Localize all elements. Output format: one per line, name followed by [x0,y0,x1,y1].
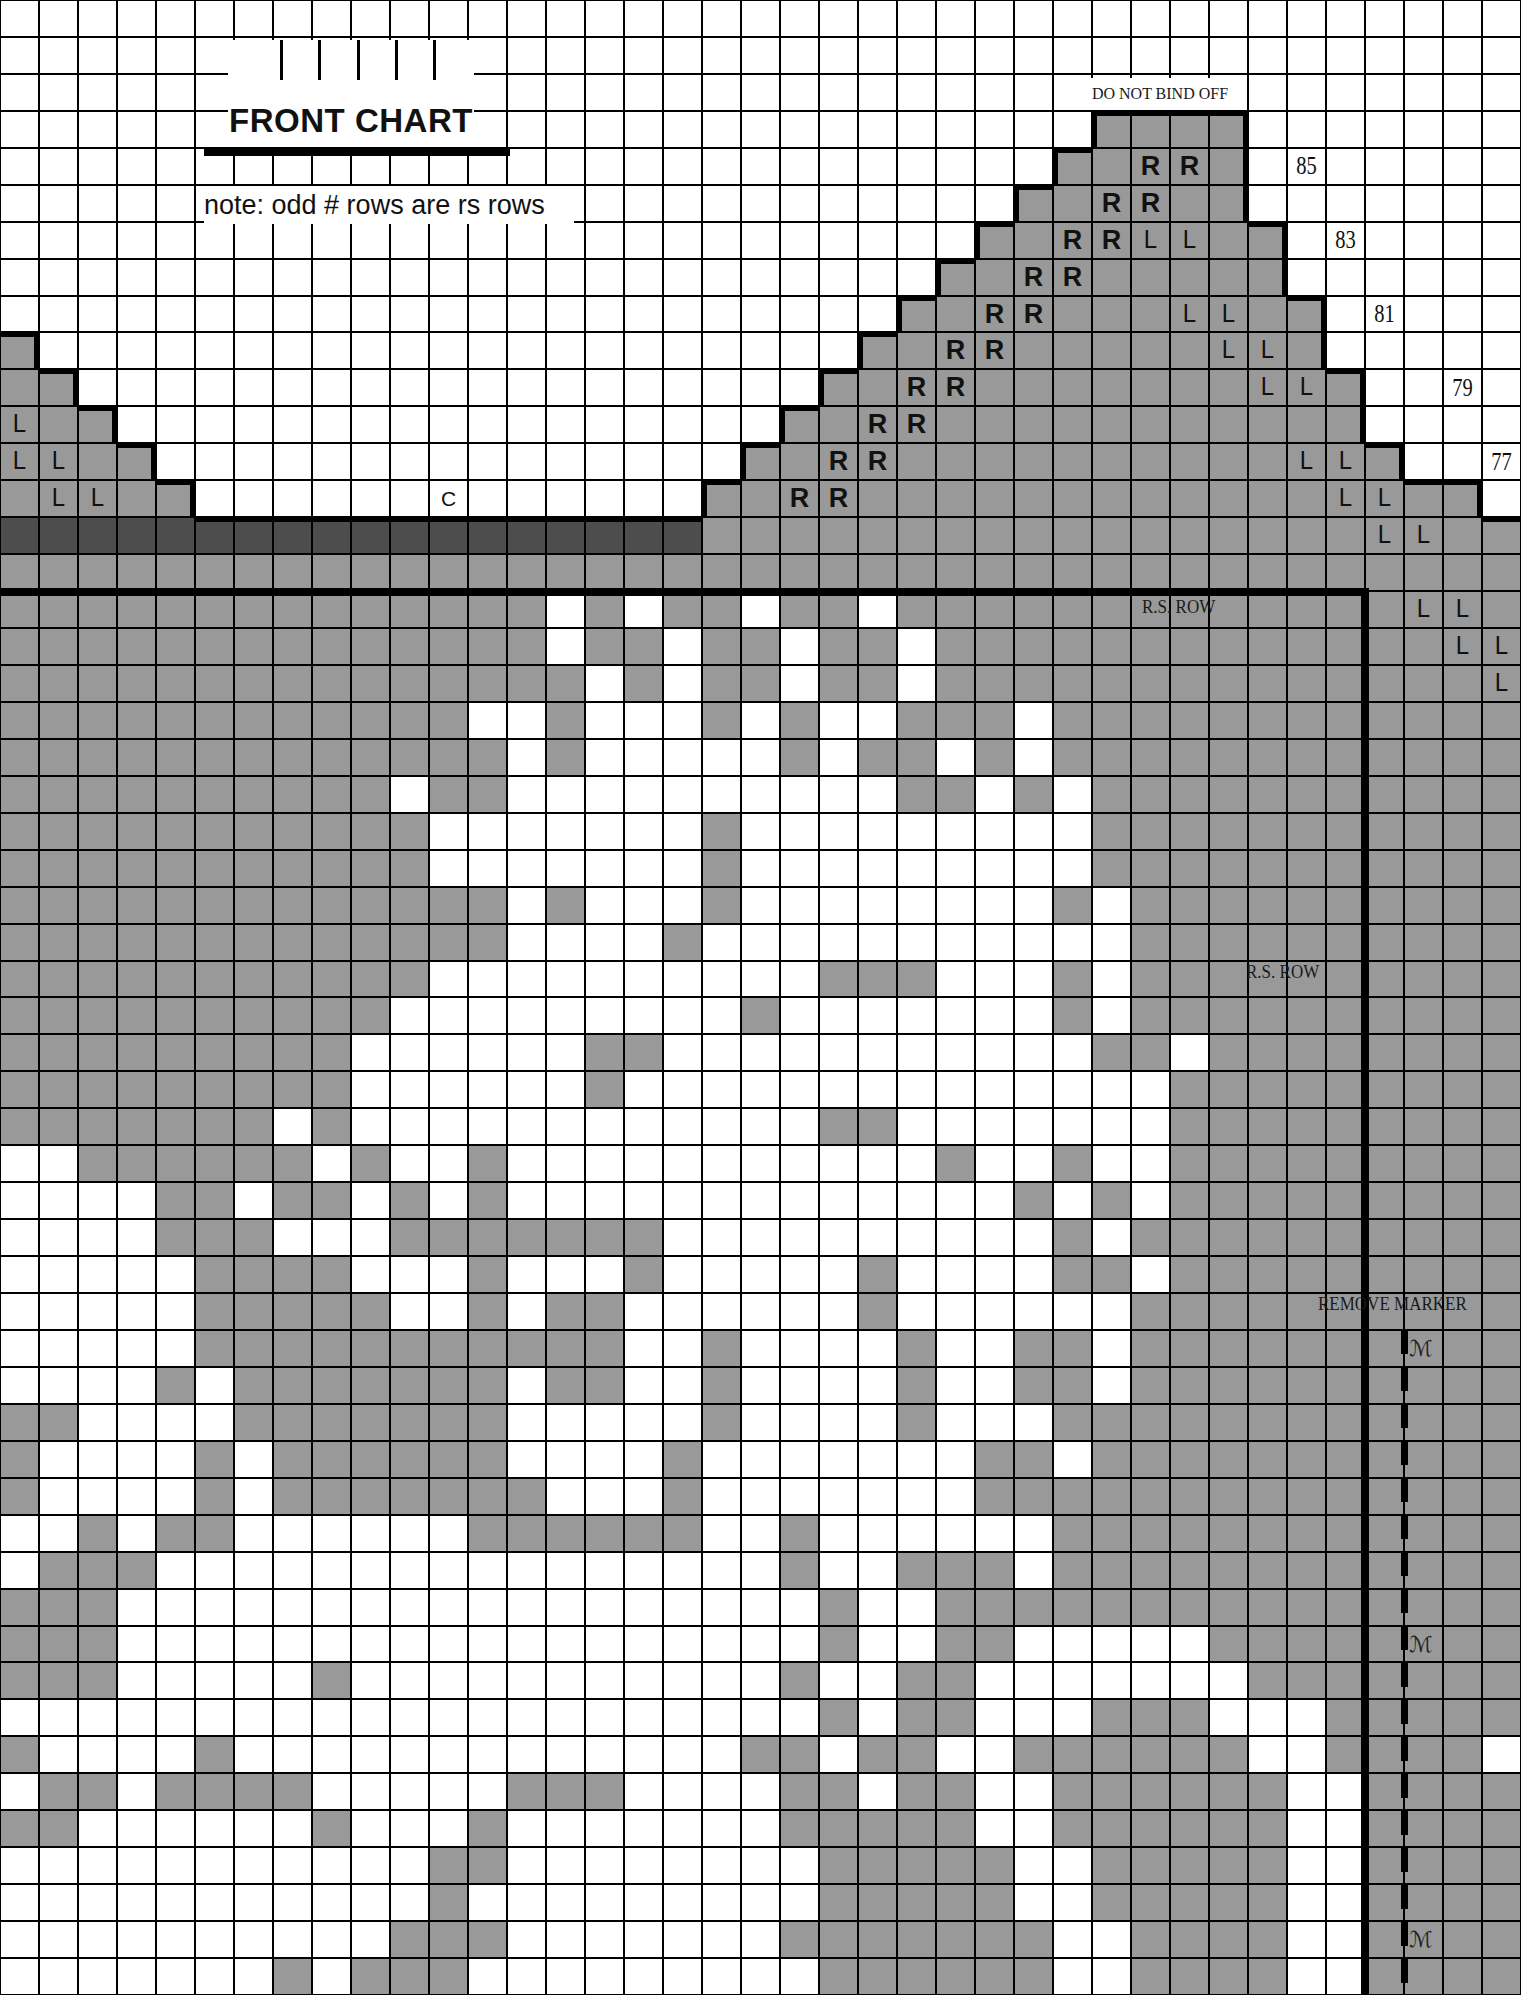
grid-cell [1209,406,1248,443]
grid-cell [975,887,1014,924]
grid-cell [897,443,936,480]
grid-cell [819,739,858,776]
grid-cell [351,1699,390,1736]
grid-cell [429,591,468,628]
grid-cell [1365,406,1404,443]
grid-cell [1365,111,1404,148]
grid-cell [0,1589,39,1626]
grid-cell [1404,1404,1443,1441]
grid-cell [1248,1330,1287,1367]
grid-cell [1092,1441,1131,1478]
grid-cell [1404,665,1443,702]
grid-cell [1482,1071,1521,1108]
grid-cell [429,1330,468,1367]
grid-cell [156,591,195,628]
grid-cell [273,1921,312,1958]
grid-cell [78,1478,117,1515]
grid-cell [936,1515,975,1552]
grid-cell [273,850,312,887]
grid-cell [1209,776,1248,813]
grid-cell [702,111,741,148]
grid-cell [117,37,156,74]
grid-cell [1482,74,1521,111]
grid-cell [1248,148,1287,185]
grid-cell [585,369,624,406]
grid-cell [819,1441,858,1478]
grid-cell [468,517,507,554]
grid-cell [195,332,234,369]
grid-cell [117,887,156,924]
grid-cell [39,148,78,185]
grid-cell [429,296,468,333]
grid-cell [1053,702,1092,739]
grid-cell [390,924,429,961]
grid-cell [702,1662,741,1699]
grid-cell [1482,1847,1521,1884]
grid-cell [1131,111,1170,148]
grid-cell [1209,1589,1248,1626]
grid-cell [1443,480,1482,517]
grid-cell [429,961,468,998]
grid-cell [624,739,663,776]
grid-cell [585,1478,624,1515]
grid-cell [78,369,117,406]
grid-cell [1014,997,1053,1034]
grid-cell [78,1182,117,1219]
grid-cell [507,665,546,702]
grid-cell [1092,37,1131,74]
grid-cell [1248,1589,1287,1626]
grid-cell [507,1736,546,1773]
grid-cell [468,554,507,591]
grid-cell [819,332,858,369]
grid-cell [390,1256,429,1293]
grid-cell [312,776,351,813]
grid-cell [507,74,546,111]
grid-cell [156,1773,195,1810]
grid-cell [741,1219,780,1256]
grid-cell [117,1330,156,1367]
grid-cell [1092,1884,1131,1921]
grid-cell [741,148,780,185]
right-decrease-mark: R [1054,260,1091,295]
grid-cell [1443,74,1482,111]
grid-cell [897,480,936,517]
grid-cell [39,0,78,37]
grid-cell [273,702,312,739]
grid-cell [858,517,897,554]
grid-cell [975,1071,1014,1108]
grid-cell [1170,332,1209,369]
grid-cell [1482,1958,1521,1995]
grid-cell [1287,1847,1326,1884]
grid-cell [1365,1552,1404,1589]
grid-cell [702,1736,741,1773]
grid-cell [1365,332,1404,369]
grid-cell [234,1478,273,1515]
grid-cell [1131,1884,1170,1921]
grid-cell [897,924,936,961]
grid-cell [1170,702,1209,739]
grid-cell [1014,1699,1053,1736]
grid-cell [429,665,468,702]
grid-cell [390,1810,429,1847]
grid-cell [1170,1958,1209,1995]
grid-cell [1287,997,1326,1034]
grid-cell [117,406,156,443]
grid-cell [351,813,390,850]
grid-cell [975,1515,1014,1552]
grid-cell [234,1884,273,1921]
grid-cell [156,850,195,887]
grid-cell [78,296,117,333]
grid-cell [858,148,897,185]
grid-cell [1443,296,1482,333]
grid-cell [195,1810,234,1847]
grid-cell [1404,739,1443,776]
grid-cell [78,1293,117,1330]
grid-cell [429,1921,468,1958]
grid-cell [390,554,429,591]
right-decrease-mark: R [976,333,1013,368]
grid-cell [312,1921,351,1958]
grid-cell [0,1071,39,1108]
grid-cell [1014,369,1053,406]
grid-cell [1365,1478,1404,1515]
grid-cell [936,1071,975,1108]
grid-cell [936,1552,975,1589]
grid-cell [936,1847,975,1884]
grid-cell [78,1256,117,1293]
grid-cell [273,517,312,554]
grid-cell [624,259,663,296]
grid-cell [234,1367,273,1404]
grid-cell [468,1589,507,1626]
grid-cell [780,111,819,148]
row-number: 85 [1291,149,1321,184]
grid-cell [0,332,39,369]
grid-cell [1482,406,1521,443]
grid-cell [1014,1773,1053,1810]
grid-cell [585,74,624,111]
grid-cell [117,1589,156,1626]
grid-cell [1014,148,1053,185]
grid-cell [1092,1293,1131,1330]
grid-cell [195,369,234,406]
grid-cell [1287,1441,1326,1478]
grid-cell [585,739,624,776]
grid-tick [318,40,321,80]
grid-cell [663,480,702,517]
grid-cell [975,702,1014,739]
grid-cell [780,0,819,37]
grid-cell [429,813,468,850]
grid-cell [351,1478,390,1515]
grid-cell [1482,887,1521,924]
grid-cell [1326,628,1365,665]
grid-cell [663,1330,702,1367]
grid-cell [1131,1108,1170,1145]
grid-cell [39,74,78,111]
grid-cell [234,1034,273,1071]
grid-cell [507,111,546,148]
grid-cell [1170,1145,1209,1182]
grid-cell [663,1626,702,1663]
grid-cell [702,554,741,591]
grid-cell [1209,111,1248,148]
grid-cell [39,1921,78,1958]
grid-cell [390,1367,429,1404]
grid-cell [468,1367,507,1404]
grid-cell [624,1478,663,1515]
grid-cell [468,1404,507,1441]
left-decrease-mark: L [1444,591,1481,628]
grid-cell [39,517,78,554]
grid-cell [858,887,897,924]
grid-cell [507,222,546,259]
grid-cell [663,148,702,185]
grid-cell [1014,443,1053,480]
grid-cell [702,1330,741,1367]
grid-cell [312,406,351,443]
grid-cell [546,74,585,111]
grid-cell [741,924,780,961]
grid-cell [1287,480,1326,517]
grid-cell [858,997,897,1034]
grid-cell [1287,185,1326,222]
grid-cell [351,0,390,37]
grid-cell [78,776,117,813]
grid-cell [312,259,351,296]
grid-cell [117,1662,156,1699]
grid-cell [429,776,468,813]
grid-cell [936,1884,975,1921]
grid-cell [780,628,819,665]
grid-cell [585,148,624,185]
grid-cell [1248,1773,1287,1810]
grid-cell [819,296,858,333]
grid-cell [1443,1736,1482,1773]
grid-cell [819,369,858,406]
grid-cell [429,1108,468,1145]
grid-cell [546,1662,585,1699]
grid-cell [663,1182,702,1219]
grid-cell [585,702,624,739]
grid-cell [702,813,741,850]
grid-cell [156,1256,195,1293]
grid-cell [1209,369,1248,406]
grid-cell [1092,1736,1131,1773]
grid-cell [585,1219,624,1256]
grid-cell [78,1736,117,1773]
grid-cell [546,296,585,333]
grid-cell [1248,591,1287,628]
grid-cell [468,1293,507,1330]
grid-cell [1326,1589,1365,1626]
grid-cell [1092,1404,1131,1441]
grid-cell [780,148,819,185]
grid-cell [546,1219,585,1256]
grid-cell [1443,406,1482,443]
grid-cell [741,1810,780,1847]
grid-cell [741,961,780,998]
grid-cell [858,1293,897,1330]
grid-cell [663,1589,702,1626]
grid-cell [1482,480,1521,517]
grid-cell [156,1884,195,1921]
grid-cell [1443,443,1482,480]
grid-cell [663,517,702,554]
grid-cell [117,1404,156,1441]
grid-cell [936,997,975,1034]
grid-cell [0,259,39,296]
grid-cell [429,1367,468,1404]
grid-cell [273,1034,312,1071]
grid-cell [39,776,78,813]
grid-cell [156,1145,195,1182]
grid-cell [1404,148,1443,185]
grid-cell [897,554,936,591]
grid-cell [1443,850,1482,887]
grid-cell [429,1810,468,1847]
grid-cell [858,1847,897,1884]
grid-cell [585,406,624,443]
stitch-marker-glyph: ℳ [1405,1627,1442,1662]
grid-cell [312,1071,351,1108]
grid-cell [741,1182,780,1219]
grid-cell [1131,997,1170,1034]
grid-cell [1248,1515,1287,1552]
grid-cell [1365,1810,1404,1847]
grid-cell [0,1810,39,1847]
grid-cell [780,1736,819,1773]
grid-cell [0,961,39,998]
grid-cell [156,222,195,259]
grid-cell [624,1256,663,1293]
grid-cell [702,1404,741,1441]
grid-cell [1092,1034,1131,1071]
grid-cell [741,665,780,702]
grid-cell [741,1478,780,1515]
grid-cell [1209,0,1248,37]
grid-cell [1287,628,1326,665]
grid-cell [585,1847,624,1884]
grid-cell [702,1219,741,1256]
grid-cell [546,1182,585,1219]
grid-cell [1482,850,1521,887]
grid-cell [1053,1071,1092,1108]
row-number: 81 [1369,297,1399,332]
grid-cell [78,74,117,111]
grid-cell [507,1330,546,1367]
grid-cell [39,1182,78,1219]
grid-cell [1092,296,1131,333]
grid-cell [897,997,936,1034]
grid-cell [741,1145,780,1182]
grid-cell [156,1662,195,1699]
grid-cell [0,1552,39,1589]
grid-cell [1209,1773,1248,1810]
grid-cell [117,1034,156,1071]
grid-cell [78,1219,117,1256]
grid-cell [273,1182,312,1219]
grid-cell [663,1958,702,1995]
grid-cell [1248,1552,1287,1589]
grid-cell [507,1589,546,1626]
grid-cell [312,1884,351,1921]
grid-cell [1404,628,1443,665]
grid-cell [819,1367,858,1404]
grid-cell [1365,554,1404,591]
grid-cell [1248,1810,1287,1847]
grid-cell [39,1662,78,1699]
grid-cell [507,961,546,998]
grid-cell [156,702,195,739]
grid-cell [1404,1478,1443,1515]
grid-cell: R [936,332,975,369]
grid-cell [312,1847,351,1884]
grid-cell [312,1515,351,1552]
grid-cell [1053,1367,1092,1404]
grid-cell [273,1404,312,1441]
grid-cell [624,1330,663,1367]
grid-cell [702,776,741,813]
grid-cell [390,1071,429,1108]
grid-cell [1326,296,1365,333]
grid-cell [546,702,585,739]
grid-cell [39,702,78,739]
grid-cell [663,1034,702,1071]
grid-cell [702,480,741,517]
grid-cell [546,1847,585,1884]
grid-cell [897,332,936,369]
grid-cell [234,0,273,37]
grid-cell [39,1404,78,1441]
grid-cell [897,1367,936,1404]
grid-cell [0,1108,39,1145]
grid-cell [975,406,1014,443]
grid-cell [1404,813,1443,850]
grid-cell [1170,0,1209,37]
grid-cell: L [1443,591,1482,628]
left-decrease-mark: L [40,443,77,480]
right-decrease-mark: R [859,407,896,442]
grid-cell [1170,961,1209,998]
grid-cell [312,1256,351,1293]
grid-cell [117,850,156,887]
grid-cell [546,111,585,148]
grid-cell [780,1108,819,1145]
grid-cell [780,443,819,480]
grid-cell [273,1552,312,1589]
grid-cell [936,0,975,37]
grid-cell [1014,1404,1053,1441]
grid-cell [858,1404,897,1441]
grid-cell [546,776,585,813]
grid-cell [624,702,663,739]
grid-cell [1404,997,1443,1034]
grid-cell: L [1443,628,1482,665]
grid-cell [1131,1552,1170,1589]
grid-cell [117,185,156,222]
grid-cell [234,406,273,443]
grid-cell [858,554,897,591]
grid-cell [1131,259,1170,296]
grid-cell [39,1219,78,1256]
grid-cell [780,259,819,296]
grid-cell [78,406,117,443]
grid-cell [1170,480,1209,517]
